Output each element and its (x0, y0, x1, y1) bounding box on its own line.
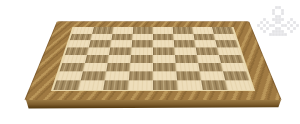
square-h3 (221, 63, 246, 71)
square-b2 (81, 71, 107, 80)
square-b4 (85, 55, 109, 63)
square-d6 (132, 40, 153, 47)
square-f5 (174, 47, 197, 55)
square-g1 (201, 80, 227, 90)
square-c4 (108, 55, 131, 63)
square-g6 (195, 40, 218, 47)
square-d2 (129, 71, 153, 80)
square-f3 (176, 63, 200, 71)
square-g3 (198, 63, 223, 71)
square-b6 (89, 40, 112, 47)
square-g4 (197, 55, 221, 63)
square-b1 (78, 80, 104, 90)
square-a5 (65, 47, 89, 55)
square-a6 (67, 40, 90, 47)
square-e5 (153, 47, 175, 55)
square-c7 (111, 34, 132, 41)
square-f7 (173, 34, 194, 41)
square-a4 (62, 55, 87, 63)
square-c6 (110, 40, 132, 47)
square-c2 (105, 71, 130, 80)
board-playing-field (53, 27, 252, 90)
square-e6 (153, 40, 174, 47)
square-h5 (217, 47, 241, 55)
square-g2 (200, 71, 226, 80)
mosaic-chess-logo-icon (257, 6, 299, 36)
square-a1 (53, 80, 80, 90)
square-g7 (193, 34, 215, 41)
product-photo (0, 0, 300, 124)
square-a2 (57, 71, 83, 80)
board-side-edge (25, 100, 282, 110)
square-f2 (176, 71, 201, 80)
square-d1 (128, 80, 153, 90)
square-e2 (153, 71, 177, 80)
square-d3 (130, 63, 153, 71)
square-h6 (215, 40, 238, 47)
square-a3 (60, 63, 85, 71)
square-h1 (225, 80, 252, 90)
square-c1 (103, 80, 129, 90)
square-h2 (223, 71, 249, 80)
square-a7 (70, 34, 92, 41)
square-b3 (83, 63, 108, 71)
square-d5 (131, 47, 153, 55)
square-d7 (132, 34, 153, 41)
square-f6 (174, 40, 196, 47)
square-e4 (153, 55, 176, 63)
square-c3 (106, 63, 130, 71)
square-h4 (219, 55, 244, 63)
square-e1 (153, 80, 178, 90)
square-h7 (214, 34, 236, 41)
square-f1 (177, 80, 203, 90)
square-e3 (153, 63, 176, 71)
square-g5 (196, 47, 219, 55)
chess-board (24, 21, 281, 100)
square-c5 (109, 47, 132, 55)
square-e7 (153, 34, 174, 41)
square-d4 (130, 55, 153, 63)
square-b5 (87, 47, 110, 55)
square-b7 (91, 34, 113, 41)
square-f4 (175, 55, 198, 63)
